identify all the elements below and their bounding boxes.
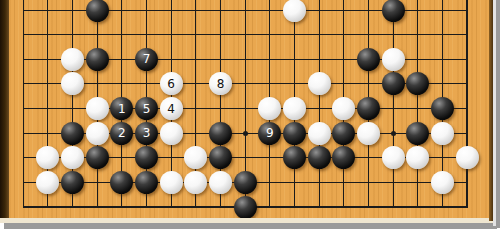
stone-black[interactable] xyxy=(406,122,429,145)
grid-line-vertical xyxy=(23,0,24,208)
board-bottom-shadow xyxy=(4,223,497,229)
stone-black[interactable] xyxy=(332,146,355,169)
stone-black[interactable] xyxy=(234,196,257,219)
stone-white[interactable] xyxy=(209,171,232,194)
stone-black[interactable]: 2 xyxy=(110,122,133,145)
stone-white[interactable] xyxy=(332,97,355,120)
board-left-edge xyxy=(0,0,9,218)
stone-black[interactable] xyxy=(61,122,84,145)
stone-black[interactable] xyxy=(209,122,232,145)
stone-white[interactable] xyxy=(61,72,84,95)
stone-black[interactable] xyxy=(431,97,454,120)
stone-white[interactable]: 6 xyxy=(160,72,183,95)
stone-black[interactable] xyxy=(283,146,306,169)
stone-white[interactable] xyxy=(36,146,59,169)
go-board-screenshot: 768154239 xyxy=(0,0,500,235)
stone-black[interactable] xyxy=(135,146,158,169)
move-number-label: 6 xyxy=(167,78,175,90)
stone-black[interactable] xyxy=(61,171,84,194)
stone-white[interactable] xyxy=(308,122,331,145)
stone-black[interactable] xyxy=(209,146,232,169)
move-number-label: 5 xyxy=(143,103,151,115)
stone-black[interactable] xyxy=(135,171,158,194)
grid-line-horizontal xyxy=(23,34,469,35)
stone-white[interactable]: 4 xyxy=(160,97,183,120)
stone-white[interactable] xyxy=(61,146,84,169)
stone-black[interactable] xyxy=(283,122,306,145)
stone-white[interactable] xyxy=(382,146,405,169)
move-number-label: 2 xyxy=(118,127,126,139)
stone-white[interactable] xyxy=(258,97,281,120)
stone-black[interactable] xyxy=(357,48,380,71)
stone-black[interactable] xyxy=(406,72,429,95)
stone-black[interactable] xyxy=(357,97,380,120)
stone-white[interactable] xyxy=(36,171,59,194)
stone-black[interactable]: 3 xyxy=(135,122,158,145)
stone-white[interactable]: 8 xyxy=(209,72,232,95)
stone-black[interactable]: 1 xyxy=(110,97,133,120)
move-number-label: 9 xyxy=(266,127,274,139)
stone-white[interactable] xyxy=(456,146,479,169)
stone-white[interactable] xyxy=(283,97,306,120)
move-number-label: 1 xyxy=(118,103,126,115)
move-number-label: 3 xyxy=(143,127,151,139)
stone-black[interactable] xyxy=(308,146,331,169)
stone-black[interactable] xyxy=(86,0,109,22)
grid-line-vertical xyxy=(417,0,418,208)
move-number-label: 4 xyxy=(167,103,175,115)
go-board[interactable]: 768154239 xyxy=(0,0,493,218)
stone-white[interactable] xyxy=(431,171,454,194)
stone-black[interactable] xyxy=(110,171,133,194)
stone-black[interactable] xyxy=(86,48,109,71)
move-number-label: 8 xyxy=(217,78,225,90)
stone-white[interactable] xyxy=(382,48,405,71)
stone-black[interactable]: 5 xyxy=(135,97,158,120)
move-number-label: 7 xyxy=(143,53,151,65)
stone-black[interactable] xyxy=(234,171,257,194)
grid-line-vertical xyxy=(466,0,468,208)
stone-white[interactable] xyxy=(283,0,306,22)
stone-white[interactable] xyxy=(431,122,454,145)
stone-white[interactable] xyxy=(86,97,109,120)
star-point xyxy=(391,131,396,136)
stone-black[interactable] xyxy=(382,0,405,22)
stone-white[interactable] xyxy=(308,72,331,95)
grid-line-vertical xyxy=(319,0,320,208)
stone-white[interactable] xyxy=(160,171,183,194)
grid-line-vertical xyxy=(393,0,394,208)
stone-white[interactable] xyxy=(184,171,207,194)
stone-white[interactable] xyxy=(184,146,207,169)
stone-black[interactable] xyxy=(332,122,355,145)
stone-black[interactable]: 7 xyxy=(135,48,158,71)
stone-black[interactable] xyxy=(86,146,109,169)
stone-white[interactable] xyxy=(406,146,429,169)
board-right-shadow xyxy=(496,0,500,228)
stone-white[interactable] xyxy=(357,122,380,145)
stone-white[interactable] xyxy=(160,122,183,145)
stone-black[interactable] xyxy=(382,72,405,95)
star-point xyxy=(243,131,248,136)
stone-white[interactable] xyxy=(86,122,109,145)
stone-white[interactable] xyxy=(61,48,84,71)
stone-black[interactable]: 9 xyxy=(258,122,281,145)
